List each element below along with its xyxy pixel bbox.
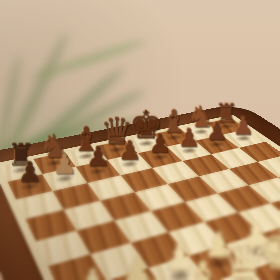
piece-black-pawn[interactable]: ♟: [118, 137, 142, 164]
chess-set-photo: ♜♞♝♛♚♝♞♜♟♟♟♟♟♟♟♟♟♟♟♟♟♟♟♟♜♞♝♛♚♝♞♜: [0, 0, 280, 280]
piece-black-pawn[interactable]: ♟: [177, 125, 200, 151]
piece-black-pawn[interactable]: ♟: [86, 144, 110, 171]
chess-board: ♜♞♝♛♚♝♞♜♟♟♟♟♟♟♟♟♟♟♟♟♟♟♟♟♜♞♝♛♚♝♞♜: [0, 103, 280, 280]
piece-white-queen[interactable]: ♛: [219, 235, 269, 280]
piece-white-bishop[interactable]: ♝: [180, 254, 225, 280]
piece-white-knight[interactable]: ♞: [136, 271, 181, 280]
piece-black-pawn[interactable]: ♟: [17, 158, 43, 187]
piece-black-pawn[interactable]: ♟: [206, 119, 228, 144]
piece-black-pawn[interactable]: ♟: [232, 114, 254, 138]
board-grid: ♜♞♝♛♚♝♞♜♟♟♟♟♟♟♟♟♟♟♟♟♟♟♟♟♜♞♝♛♚♝♞♜: [0, 118, 280, 280]
piece-black-pawn[interactable]: ♟: [148, 131, 171, 157]
piece-black-pawn[interactable]: ♟: [52, 151, 77, 179]
piece-white-pawn[interactable]: ♟: [75, 264, 110, 280]
